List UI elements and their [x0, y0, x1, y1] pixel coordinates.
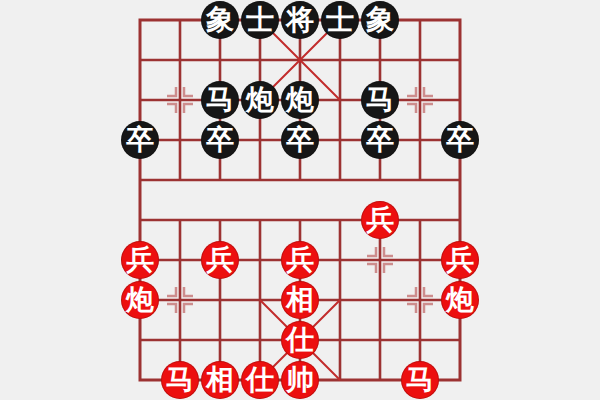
black-pawn[interactable]: 卒 [441, 121, 479, 159]
red-elephant[interactable]: 相 [201, 361, 239, 399]
board-point: 兵 [440, 240, 480, 280]
red-general[interactable]: 帅 [281, 361, 319, 399]
board-point: 士 [240, 0, 280, 40]
board-point: 兵 [360, 200, 400, 240]
black-cannon[interactable]: 炮 [281, 81, 319, 119]
black-advisor[interactable]: 士 [241, 1, 279, 39]
board-point: 象 [200, 0, 240, 40]
black-elephant[interactable]: 象 [201, 1, 239, 39]
red-cannon[interactable]: 炮 [121, 281, 159, 319]
black-horse[interactable]: 马 [361, 81, 399, 119]
board-point: 马 [200, 80, 240, 120]
board-point: 炮 [240, 80, 280, 120]
board-point: 马 [400, 360, 440, 400]
board-point: 卒 [200, 120, 240, 160]
red-elephant[interactable]: 相 [281, 281, 319, 319]
board-point: 仕 [240, 360, 280, 400]
board-point: 相 [200, 360, 240, 400]
board-point: 象 [360, 0, 400, 40]
board-point: 相 [280, 280, 320, 320]
black-horse[interactable]: 马 [201, 81, 239, 119]
board-point: 炮 [120, 280, 160, 320]
black-elephant[interactable]: 象 [361, 1, 399, 39]
board-point: 马 [360, 80, 400, 120]
black-pawn[interactable]: 卒 [361, 121, 399, 159]
black-pawn[interactable]: 卒 [121, 121, 159, 159]
board-point: 卒 [280, 120, 320, 160]
red-pawn[interactable]: 兵 [441, 241, 479, 279]
board-point: 卒 [440, 120, 480, 160]
red-cannon[interactable]: 炮 [441, 281, 479, 319]
board-point: 卒 [120, 120, 160, 160]
board-point: 将 [280, 0, 320, 40]
red-pawn[interactable]: 兵 [361, 201, 399, 239]
black-pawn[interactable]: 卒 [201, 121, 239, 159]
board-point: 兵 [280, 240, 320, 280]
board-point: 炮 [440, 280, 480, 320]
red-horse[interactable]: 马 [161, 361, 199, 399]
red-advisor[interactable]: 仕 [281, 321, 319, 359]
board-point: 炮 [280, 80, 320, 120]
black-cannon[interactable]: 炮 [241, 81, 279, 119]
red-pawn[interactable]: 兵 [121, 241, 159, 279]
board-point: 兵 [200, 240, 240, 280]
board-point: 卒 [360, 120, 400, 160]
black-pawn[interactable]: 卒 [281, 121, 319, 159]
black-advisor[interactable]: 士 [321, 1, 359, 39]
board-point: 士 [320, 0, 360, 40]
xiangqi-board: 象士将士象马炮炮马卒卒卒卒卒兵兵兵兵兵炮相炮仕马相仕帅马 [0, 0, 600, 400]
black-general[interactable]: 将 [281, 1, 319, 39]
red-pawn[interactable]: 兵 [281, 241, 319, 279]
red-pawn[interactable]: 兵 [201, 241, 239, 279]
board-point: 帅 [280, 360, 320, 400]
board-point: 马 [160, 360, 200, 400]
board-point: 兵 [120, 240, 160, 280]
red-advisor[interactable]: 仕 [241, 361, 279, 399]
red-horse[interactable]: 马 [401, 361, 439, 399]
board-grid[interactable]: 象士将士象马炮炮马卒卒卒卒卒兵兵兵兵兵炮相炮仕马相仕帅马 [120, 0, 480, 400]
board-point: 仕 [280, 320, 320, 360]
